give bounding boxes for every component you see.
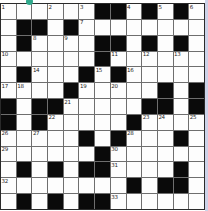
cell-r1c7 xyxy=(95,4,110,19)
clue-number: 20 xyxy=(111,83,117,89)
cell-r7c8[interactable] xyxy=(111,99,126,114)
cell-r5c5[interactable] xyxy=(64,67,79,82)
cell-r2c6[interactable]: 7 xyxy=(79,20,94,35)
cell-r4c5[interactable] xyxy=(64,52,79,67)
cell-r10c11[interactable] xyxy=(158,147,173,162)
cell-r3c8 xyxy=(111,36,126,51)
cell-r1c5[interactable] xyxy=(64,4,79,19)
cell-r5c3[interactable]: 14 xyxy=(32,67,47,82)
cell-r9c3[interactable]: 27 xyxy=(32,131,47,146)
cell-r6c5 xyxy=(64,83,79,98)
cell-r13c10[interactable] xyxy=(142,194,157,209)
clue-number: 13 xyxy=(174,51,180,57)
cell-r7c13 xyxy=(189,99,204,114)
cell-r6c1[interactable]: 17 xyxy=(1,83,16,98)
cell-r13c9[interactable] xyxy=(127,194,142,209)
cell-r11c6 xyxy=(79,162,94,177)
cell-r12c5[interactable] xyxy=(64,178,79,193)
clue-number: 31 xyxy=(111,162,117,168)
cell-r7c5[interactable]: 21 xyxy=(64,99,79,114)
cell-r11c1[interactable] xyxy=(1,162,16,177)
cell-r2c12[interactable] xyxy=(174,20,189,35)
cell-r6c3[interactable] xyxy=(32,83,47,98)
cell-r2c10[interactable] xyxy=(142,20,157,35)
clue-number: 21 xyxy=(64,99,70,105)
cell-r5c8 xyxy=(111,67,126,82)
cell-r9c1[interactable]: 26 xyxy=(1,131,16,146)
cell-r3c12 xyxy=(174,36,189,51)
cell-r1c6[interactable]: 3 xyxy=(79,4,94,19)
clue-number: 12 xyxy=(143,51,149,57)
cell-r2c11[interactable] xyxy=(158,20,173,35)
cell-r3c11[interactable] xyxy=(158,36,173,51)
clue-number: 15 xyxy=(96,67,102,73)
cell-r3c2 xyxy=(17,36,32,51)
cell-r1c10 xyxy=(142,4,157,19)
cell-r6c2[interactable]: 18 xyxy=(17,83,32,98)
cell-r6c4[interactable] xyxy=(48,83,63,98)
cell-r13c5[interactable] xyxy=(64,194,79,209)
cell-r10c6[interactable] xyxy=(79,147,94,162)
clue-number: 14 xyxy=(33,67,39,73)
cell-r1c9[interactable]: 4 xyxy=(127,4,142,19)
cell-r9c4[interactable] xyxy=(48,131,63,146)
cell-r10c5[interactable] xyxy=(64,147,79,162)
cell-r9c2[interactable] xyxy=(17,131,32,146)
cell-r7c1 xyxy=(1,99,16,114)
cell-r10c2[interactable] xyxy=(17,147,32,162)
clue-number: 8 xyxy=(33,35,36,41)
clue-number: 5 xyxy=(158,4,161,10)
cell-r12c8[interactable] xyxy=(111,178,126,193)
cell-r2c3 xyxy=(32,20,47,35)
cell-r11c7 xyxy=(95,162,110,177)
cell-r2c8[interactable] xyxy=(111,20,126,35)
cell-r3c4[interactable] xyxy=(48,36,63,51)
cell-r5c7[interactable]: 15 xyxy=(95,67,110,82)
cell-r13c4 xyxy=(48,194,63,209)
cell-r4c10[interactable]: 12 xyxy=(142,52,157,67)
cell-r5c11[interactable] xyxy=(158,67,173,82)
cell-r12c13[interactable] xyxy=(189,178,204,193)
cell-r8c5[interactable] xyxy=(64,115,79,130)
cell-r9c5[interactable] xyxy=(64,131,79,146)
cell-r8c1 xyxy=(1,115,16,130)
cell-r11c2 xyxy=(17,162,32,177)
cell-r13c8[interactable]: 33 xyxy=(111,194,126,209)
cell-r3c10 xyxy=(142,36,157,51)
cell-r8c8[interactable] xyxy=(111,115,126,130)
cell-r8c2[interactable] xyxy=(17,115,32,130)
cell-r8c7[interactable] xyxy=(95,115,110,130)
cell-r4c1[interactable]: 10 xyxy=(1,52,16,67)
cell-r8c3 xyxy=(32,115,47,130)
cell-r4c4[interactable] xyxy=(48,52,63,67)
clue-number: 9 xyxy=(64,35,67,41)
clue-number: 16 xyxy=(127,67,133,73)
cell-r11c9[interactable] xyxy=(127,162,142,177)
cell-r12c9 xyxy=(127,178,142,193)
cell-r7c6[interactable] xyxy=(79,99,94,114)
cell-r6c9[interactable] xyxy=(127,83,142,98)
cell-r7c11 xyxy=(158,99,173,114)
clue-number: 29 xyxy=(2,146,8,152)
cell-r13c13[interactable] xyxy=(189,194,204,209)
cell-r5c2 xyxy=(17,67,32,82)
cell-r9c9[interactable]: 28 xyxy=(127,131,142,146)
clue-number: 26 xyxy=(2,130,8,136)
cell-r1c4[interactable]: 2 xyxy=(48,4,63,19)
clue-number: 17 xyxy=(2,83,8,89)
cell-r1c1[interactable]: 1 xyxy=(1,4,16,19)
cell-r13c2 xyxy=(17,194,32,209)
cell-r4c8[interactable]: 11 xyxy=(111,52,126,67)
clue-number: 11 xyxy=(111,51,117,57)
cell-r7c12[interactable] xyxy=(174,99,189,114)
cell-r8c4[interactable]: 22 xyxy=(48,115,63,130)
cell-r11c11[interactable] xyxy=(158,162,173,177)
cell-r9c12 xyxy=(174,131,189,146)
cell-r1c13[interactable]: 6 xyxy=(189,4,204,19)
cell-r12c12 xyxy=(174,178,189,193)
cell-r4c3[interactable] xyxy=(32,52,47,67)
cell-r6c6[interactable]: 19 xyxy=(79,83,94,98)
clue-number: 22 xyxy=(49,114,55,120)
clue-number: 24 xyxy=(158,114,164,120)
cell-r8c10[interactable]: 23 xyxy=(142,115,157,130)
cell-r7c7[interactable] xyxy=(95,99,110,114)
clue-number: 30 xyxy=(111,146,117,152)
cell-r2c7[interactable] xyxy=(95,20,110,35)
cell-r9c8 xyxy=(111,131,126,146)
cell-r12c6[interactable] xyxy=(79,178,94,193)
cell-r2c9[interactable] xyxy=(127,20,142,35)
cell-r8c11[interactable]: 24 xyxy=(158,115,173,130)
cell-r6c13 xyxy=(189,83,204,98)
cell-r13c3[interactable] xyxy=(32,194,47,209)
cell-r5c4[interactable] xyxy=(48,67,63,82)
cell-r13c6 xyxy=(79,194,94,209)
cell-r10c4[interactable] xyxy=(48,147,63,162)
cell-r6c8[interactable]: 20 xyxy=(111,83,126,98)
cell-r9c10[interactable] xyxy=(142,131,157,146)
clue-number: 7 xyxy=(80,19,83,25)
cell-r10c9[interactable] xyxy=(127,147,142,162)
clue-number: 1 xyxy=(2,4,5,10)
cell-r13c11[interactable] xyxy=(158,194,173,209)
cell-r10c8[interactable]: 30 xyxy=(111,147,126,162)
cell-r10c7 xyxy=(95,147,110,162)
cell-r9c13[interactable] xyxy=(189,131,204,146)
cell-r5c9[interactable]: 16 xyxy=(127,67,142,82)
cell-r10c3[interactable] xyxy=(32,147,47,162)
cell-r11c8[interactable]: 31 xyxy=(111,162,126,177)
cell-r8c6[interactable] xyxy=(79,115,94,130)
cell-r5c12[interactable] xyxy=(174,67,189,82)
cell-r4c11[interactable] xyxy=(158,52,173,67)
cell-r12c3[interactable] xyxy=(32,178,47,193)
cell-r11c5[interactable] xyxy=(64,162,79,177)
cell-r12c2[interactable] xyxy=(17,178,32,193)
clue-number: 6 xyxy=(190,4,193,10)
cell-r3c3[interactable]: 8 xyxy=(32,36,47,51)
cell-r4c9[interactable] xyxy=(127,52,142,67)
cell-r10c12[interactable] xyxy=(174,147,189,162)
cell-r6c12[interactable] xyxy=(174,83,189,98)
cell-r5c6 xyxy=(79,67,94,82)
cell-r12c10[interactable] xyxy=(142,178,157,193)
clue-number: 19 xyxy=(80,83,86,89)
cell-r10c1[interactable]: 29 xyxy=(1,147,16,162)
clue-number: 28 xyxy=(127,130,133,136)
cell-r8c9 xyxy=(127,115,142,130)
cell-r1c12 xyxy=(174,4,189,19)
cell-r10c10[interactable] xyxy=(142,147,157,162)
cell-r2c2 xyxy=(17,20,32,35)
cell-r6c11 xyxy=(158,83,173,98)
cell-r4c12[interactable]: 13 xyxy=(174,52,189,67)
cell-r3c9[interactable] xyxy=(127,36,142,51)
cell-r11c4 xyxy=(48,162,63,177)
cell-r3c13[interactable] xyxy=(189,36,204,51)
cell-r13c7 xyxy=(95,194,110,209)
cell-r3c1[interactable] xyxy=(1,36,16,51)
cell-r11c3[interactable] xyxy=(32,162,47,177)
cell-r6c7[interactable] xyxy=(95,83,110,98)
cell-r2c4[interactable] xyxy=(48,20,63,35)
cell-r8c13[interactable]: 25 xyxy=(189,115,204,130)
cell-r4c6[interactable] xyxy=(79,52,94,67)
cell-r12c7[interactable] xyxy=(95,178,110,193)
cell-r2c13[interactable] xyxy=(189,20,204,35)
cell-r11c10[interactable] xyxy=(142,162,157,177)
cell-r13c12[interactable] xyxy=(174,194,189,209)
cell-r6c10[interactable] xyxy=(142,83,157,98)
cell-r1c2[interactable] xyxy=(17,4,32,19)
cell-r12c4[interactable] xyxy=(48,178,63,193)
cell-r7c9[interactable] xyxy=(127,99,142,114)
cell-r7c3 xyxy=(32,99,47,114)
cell-r3c6[interactable] xyxy=(79,36,94,51)
clue-number: 27 xyxy=(33,130,39,136)
clue-number: 2 xyxy=(49,4,52,10)
cell-r5c13[interactable] xyxy=(189,67,204,82)
cell-r1c11[interactable]: 5 xyxy=(158,4,173,19)
cell-r13c1[interactable] xyxy=(1,194,16,209)
clue-number: 23 xyxy=(143,114,149,120)
crossword-grid: 1234567891011121314151617181920212223242… xyxy=(0,3,205,210)
cell-r2c1[interactable] xyxy=(1,20,16,35)
clue-number: 18 xyxy=(17,83,23,89)
cell-r3c5[interactable]: 9 xyxy=(64,36,79,51)
cell-r2c5 xyxy=(64,20,79,35)
cell-r9c11[interactable] xyxy=(158,131,173,146)
cell-r4c13[interactable] xyxy=(189,52,204,67)
cell-r11c13[interactable] xyxy=(189,162,204,177)
cell-r7c4 xyxy=(48,99,63,114)
window-edge-stripe xyxy=(205,0,208,211)
cell-r1c8 xyxy=(111,4,126,19)
cell-r12c1[interactable]: 32 xyxy=(1,178,16,193)
clue-number: 4 xyxy=(127,4,130,10)
cell-r5c1[interactable] xyxy=(1,67,16,82)
cell-r7c2[interactable] xyxy=(17,99,32,114)
cell-r7c10 xyxy=(142,99,157,114)
cell-r8c12[interactable] xyxy=(174,115,189,130)
cell-r9c6 xyxy=(79,131,94,146)
clue-number: 10 xyxy=(2,51,8,57)
cell-r5c10[interactable] xyxy=(142,67,157,82)
clue-number: 25 xyxy=(190,114,196,120)
clue-number: 32 xyxy=(2,178,8,184)
cell-r10c13[interactable] xyxy=(189,147,204,162)
cell-r11c12 xyxy=(174,162,189,177)
cell-r3c7 xyxy=(95,36,110,51)
clue-number: 33 xyxy=(111,194,117,200)
cell-r4c7 xyxy=(95,52,110,67)
cell-r1c3[interactable] xyxy=(32,4,47,19)
cell-r12c11 xyxy=(158,178,173,193)
clue-number: 3 xyxy=(80,4,83,10)
cell-r9c7[interactable] xyxy=(95,131,110,146)
cell-r4c2[interactable] xyxy=(17,52,32,67)
